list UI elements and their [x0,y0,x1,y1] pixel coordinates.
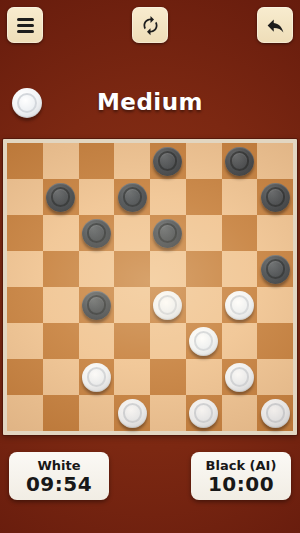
board-cell-r1c7[interactable] [222,143,258,179]
board-cell-r6c2[interactable] [43,323,79,359]
board-cell-r1c5[interactable] [150,143,186,179]
board-cell-r3c6 [186,215,222,251]
black-clock-time: 10:00 [208,473,274,495]
black-piece[interactable] [153,147,182,176]
black-piece[interactable] [261,255,290,284]
white-piece[interactable] [189,327,218,356]
board-cell-r7c2 [43,359,79,395]
board-cell-r7c3[interactable] [79,359,115,395]
board-cell-r2c2[interactable] [43,179,79,215]
board-cell-r1c2 [43,143,79,179]
board-cell-r8c4[interactable] [114,395,150,431]
board-cell-r8c8[interactable] [257,395,293,431]
board-cell-r5c4 [114,287,150,323]
board-cell-r5c3[interactable] [79,287,115,323]
black-piece[interactable] [46,183,75,212]
white-piece[interactable] [189,399,218,428]
board-cell-r3c3[interactable] [79,215,115,251]
white-clock: White 09:54 [9,452,109,500]
board-cell-r7c5[interactable] [150,359,186,395]
board-cell-r2c7 [222,179,258,215]
board-cell-r7c6 [186,359,222,395]
refresh-icon [140,15,161,36]
board-cell-r8c5 [150,395,186,431]
board-cell-r1c1[interactable] [7,143,43,179]
board-cell-r8c1 [7,395,43,431]
board-cell-r3c2 [43,215,79,251]
board-cell-r6c3 [79,323,115,359]
refresh-button[interactable] [132,7,168,43]
hamburger-icon [17,18,34,33]
black-piece[interactable] [153,219,182,248]
board-cell-r4c8[interactable] [257,251,293,287]
board-cell-r5c7[interactable] [222,287,258,323]
black-clock: Black (AI) 10:00 [191,452,291,500]
difficulty-title: Medium [0,89,300,115]
black-piece[interactable] [118,183,147,212]
board-cell-r1c3[interactable] [79,143,115,179]
board-cell-r5c6 [186,287,222,323]
board-grid [7,143,293,431]
board-cell-r4c2[interactable] [43,251,79,287]
board-cell-r7c4 [114,359,150,395]
board-cell-r6c1 [7,323,43,359]
black-piece[interactable] [82,219,111,248]
board-cell-r6c7 [222,323,258,359]
board-cell-r2c4[interactable] [114,179,150,215]
black-piece[interactable] [82,291,111,320]
white-piece[interactable] [118,399,147,428]
board-cell-r2c5 [150,179,186,215]
board-cell-r1c8 [257,143,293,179]
board-cell-r3c7[interactable] [222,215,258,251]
board-cell-r4c4[interactable] [114,251,150,287]
board-cell-r8c6[interactable] [186,395,222,431]
white-piece[interactable] [225,291,254,320]
checkers-app-screen: Medium White 09:54 Black (AI) 10:00 [0,0,300,533]
board-cell-r5c1[interactable] [7,287,43,323]
board-cell-r8c2[interactable] [43,395,79,431]
board-cell-r7c7[interactable] [222,359,258,395]
board-cell-r4c7 [222,251,258,287]
board-cell-r1c4 [114,143,150,179]
board-cell-r1c6 [186,143,222,179]
white-clock-time: 09:54 [26,473,92,495]
board-cell-r5c8 [257,287,293,323]
undo-arrow-icon [265,15,286,36]
board-cell-r2c8[interactable] [257,179,293,215]
board-cell-r7c1[interactable] [7,359,43,395]
white-piece[interactable] [153,291,182,320]
board-cell-r8c7 [222,395,258,431]
black-piece[interactable] [225,147,254,176]
board-cell-r2c6[interactable] [186,179,222,215]
board-cell-r2c3 [79,179,115,215]
board-cell-r6c5 [150,323,186,359]
board-cell-r6c8[interactable] [257,323,293,359]
white-piece[interactable] [225,363,254,392]
board-cell-r4c1 [7,251,43,287]
board-cell-r4c6[interactable] [186,251,222,287]
board-cell-r5c2 [43,287,79,323]
black-piece[interactable] [261,183,290,212]
board-cell-r3c4 [114,215,150,251]
board-cell-r2c1 [7,179,43,215]
undo-button[interactable] [257,7,293,43]
board-cell-r3c1[interactable] [7,215,43,251]
board-cell-r6c6[interactable] [186,323,222,359]
board-cell-r8c3 [79,395,115,431]
black-clock-label: Black (AI) [206,458,277,473]
white-clock-label: White [37,458,80,473]
board-cell-r5c5[interactable] [150,287,186,323]
white-piece[interactable] [261,399,290,428]
board-cell-r6c4[interactable] [114,323,150,359]
white-piece[interactable] [82,363,111,392]
board-cell-r4c5 [150,251,186,287]
board-cell-r7c8 [257,359,293,395]
menu-button[interactable] [7,7,43,43]
board-cell-r4c3 [79,251,115,287]
board-cell-r3c5[interactable] [150,215,186,251]
board-cell-r3c8 [257,215,293,251]
checkers-board [3,139,297,435]
